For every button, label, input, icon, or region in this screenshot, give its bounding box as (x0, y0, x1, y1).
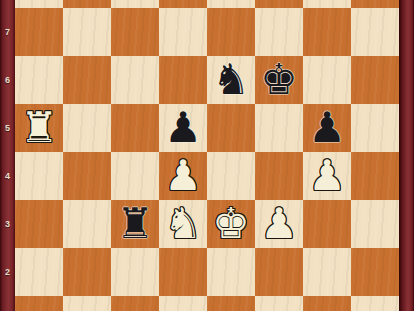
square-d8[interactable] (159, 0, 207, 8)
square-e8[interactable] (207, 0, 255, 8)
square-d1[interactable] (159, 296, 207, 311)
square-d3[interactable]: ♞ (159, 200, 207, 248)
black-pawn-d5[interactable]: ♟ (164, 104, 202, 152)
square-h4[interactable] (351, 152, 399, 200)
white-king-e3[interactable]: ♚ (212, 200, 250, 248)
square-c8[interactable] (111, 0, 159, 8)
square-d6[interactable] (159, 56, 207, 104)
square-b4[interactable] (63, 152, 111, 200)
rank-label-5: 5 (1, 104, 14, 152)
square-d5[interactable]: ♟ (159, 104, 207, 152)
square-h7[interactable] (351, 8, 399, 56)
square-e5[interactable] (207, 104, 255, 152)
square-c1[interactable] (111, 296, 159, 311)
black-knight-e6[interactable]: ♞ (212, 56, 250, 104)
square-d4[interactable]: ♟ (159, 152, 207, 200)
square-a3[interactable] (15, 200, 63, 248)
square-h5[interactable] (351, 104, 399, 152)
square-e2[interactable] (207, 248, 255, 296)
square-a6[interactable] (15, 56, 63, 104)
square-g1[interactable] (303, 296, 351, 311)
square-a5[interactable]: ♜ (15, 104, 63, 152)
chess-diagram: ♞♚♜♟♟♟♟♜♞♚♟ 765432 (0, 0, 414, 311)
square-d2[interactable] (159, 248, 207, 296)
square-g5[interactable]: ♟ (303, 104, 351, 152)
rank-label-2: 2 (1, 248, 14, 296)
square-e3[interactable]: ♚ (207, 200, 255, 248)
white-pawn-f3[interactable]: ♟ (260, 200, 298, 248)
square-g7[interactable] (303, 8, 351, 56)
square-g3[interactable] (303, 200, 351, 248)
square-b7[interactable] (63, 8, 111, 56)
square-c3[interactable]: ♜ (111, 200, 159, 248)
white-pawn-g4[interactable]: ♟ (308, 152, 346, 200)
square-e1[interactable] (207, 296, 255, 311)
square-g4[interactable]: ♟ (303, 152, 351, 200)
square-e4[interactable] (207, 152, 255, 200)
square-f2[interactable] (255, 248, 303, 296)
square-b2[interactable] (63, 248, 111, 296)
square-a7[interactable] (15, 8, 63, 56)
square-b1[interactable] (63, 296, 111, 311)
square-b6[interactable] (63, 56, 111, 104)
rank-label-3: 3 (1, 200, 14, 248)
square-c4[interactable] (111, 152, 159, 200)
square-f8[interactable] (255, 0, 303, 8)
square-e6[interactable]: ♞ (207, 56, 255, 104)
square-a2[interactable] (15, 248, 63, 296)
square-a4[interactable] (15, 152, 63, 200)
square-b5[interactable] (63, 104, 111, 152)
square-c7[interactable] (111, 8, 159, 56)
square-f4[interactable] (255, 152, 303, 200)
square-h2[interactable] (351, 248, 399, 296)
black-pawn-g5[interactable]: ♟ (308, 104, 346, 152)
square-e7[interactable] (207, 8, 255, 56)
white-pawn-d4[interactable]: ♟ (164, 152, 202, 200)
square-b3[interactable] (63, 200, 111, 248)
square-f6[interactable]: ♚ (255, 56, 303, 104)
square-f3[interactable]: ♟ (255, 200, 303, 248)
square-h6[interactable] (351, 56, 399, 104)
square-g6[interactable] (303, 56, 351, 104)
square-a1[interactable] (15, 296, 63, 311)
square-b8[interactable] (63, 0, 111, 8)
square-f1[interactable] (255, 296, 303, 311)
square-c5[interactable] (111, 104, 159, 152)
board-frame-right (399, 0, 414, 311)
square-a8[interactable] (15, 0, 63, 8)
square-g2[interactable] (303, 248, 351, 296)
square-c6[interactable] (111, 56, 159, 104)
square-h3[interactable] (351, 200, 399, 248)
board-frame-left: 765432 (0, 0, 15, 311)
chess-board: ♞♚♜♟♟♟♟♜♞♚♟ (15, 0, 399, 311)
rank-label-7: 7 (1, 8, 14, 56)
square-f5[interactable] (255, 104, 303, 152)
rank-label-6: 6 (1, 56, 14, 104)
square-f7[interactable] (255, 8, 303, 56)
square-h1[interactable] (351, 296, 399, 311)
black-rook-c3[interactable]: ♜ (116, 200, 154, 248)
rank-label-4: 4 (1, 152, 14, 200)
square-c2[interactable] (111, 248, 159, 296)
black-king-f6[interactable]: ♚ (260, 56, 298, 104)
square-d7[interactable] (159, 8, 207, 56)
white-knight-d3[interactable]: ♞ (164, 200, 202, 248)
white-rook-a5[interactable]: ♜ (20, 104, 58, 152)
square-g8[interactable] (303, 0, 351, 8)
square-h8[interactable] (351, 0, 399, 8)
